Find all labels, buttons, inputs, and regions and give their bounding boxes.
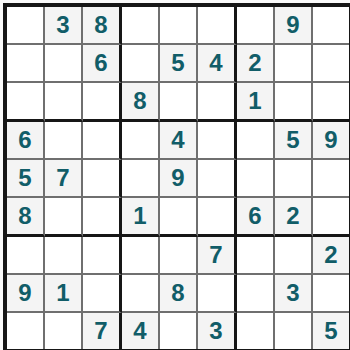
cell-r8c9[interactable] bbox=[313, 275, 349, 313]
cell-r2c9[interactable] bbox=[313, 45, 349, 83]
cell-r2c1[interactable] bbox=[7, 45, 45, 83]
cell-r7c3[interactable] bbox=[83, 237, 122, 275]
cell-r3c3[interactable] bbox=[83, 83, 122, 122]
cell-r5c7[interactable] bbox=[237, 160, 275, 198]
cell-r5c3[interactable] bbox=[83, 160, 122, 198]
cell-r8c1[interactable]: 9 bbox=[7, 275, 45, 313]
cell-r9c1[interactable] bbox=[7, 313, 45, 349]
cell-r2c2[interactable] bbox=[45, 45, 83, 83]
cell-r6c7[interactable]: 6 bbox=[237, 198, 275, 237]
cell-r7c7[interactable] bbox=[237, 237, 275, 275]
sudoku-page: 389654281645957981627291837435 bbox=[0, 0, 350, 350]
cell-r3c2[interactable] bbox=[45, 83, 83, 122]
cell-r3c1[interactable] bbox=[7, 83, 45, 122]
cell-r8c2[interactable]: 1 bbox=[45, 275, 83, 313]
cell-r4c4[interactable] bbox=[122, 122, 160, 160]
cell-r4c1[interactable]: 6 bbox=[7, 122, 45, 160]
cell-r2c3[interactable]: 6 bbox=[83, 45, 122, 83]
cell-r5c5[interactable]: 9 bbox=[160, 160, 198, 198]
cell-r8c8[interactable]: 3 bbox=[275, 275, 313, 313]
cell-r3c4[interactable]: 8 bbox=[122, 83, 160, 122]
cell-r8c5[interactable]: 8 bbox=[160, 275, 198, 313]
cell-r4c6[interactable] bbox=[198, 122, 237, 160]
cell-r3c5[interactable] bbox=[160, 83, 198, 122]
cell-r1c1[interactable] bbox=[7, 7, 45, 45]
cell-r1c6[interactable] bbox=[198, 7, 237, 45]
cell-r1c7[interactable] bbox=[237, 7, 275, 45]
cell-r7c4[interactable] bbox=[122, 237, 160, 275]
cell-r6c8[interactable]: 2 bbox=[275, 198, 313, 237]
cell-r1c5[interactable] bbox=[160, 7, 198, 45]
cell-r5c1[interactable]: 5 bbox=[7, 160, 45, 198]
cell-r7c1[interactable] bbox=[7, 237, 45, 275]
cell-r4c8[interactable]: 5 bbox=[275, 122, 313, 160]
cell-r6c1[interactable]: 8 bbox=[7, 198, 45, 237]
cell-r9c4[interactable]: 4 bbox=[122, 313, 160, 349]
cell-r6c5[interactable] bbox=[160, 198, 198, 237]
cell-r6c4[interactable]: 1 bbox=[122, 198, 160, 237]
cell-r8c4[interactable] bbox=[122, 275, 160, 313]
cell-r5c9[interactable] bbox=[313, 160, 349, 198]
cell-r3c8[interactable] bbox=[275, 83, 313, 122]
cell-r7c2[interactable] bbox=[45, 237, 83, 275]
cell-r1c9[interactable] bbox=[313, 7, 349, 45]
cell-r9c3[interactable]: 7 bbox=[83, 313, 122, 349]
cell-r4c2[interactable] bbox=[45, 122, 83, 160]
cell-r4c3[interactable] bbox=[83, 122, 122, 160]
cell-r4c5[interactable]: 4 bbox=[160, 122, 198, 160]
cell-r1c3[interactable]: 8 bbox=[83, 7, 122, 45]
cell-r2c7[interactable]: 2 bbox=[237, 45, 275, 83]
cell-r5c6[interactable] bbox=[198, 160, 237, 198]
cell-r2c6[interactable]: 4 bbox=[198, 45, 237, 83]
cell-r5c2[interactable]: 7 bbox=[45, 160, 83, 198]
cell-r1c8[interactable]: 9 bbox=[275, 7, 313, 45]
cell-r7c8[interactable] bbox=[275, 237, 313, 275]
cell-r8c6[interactable] bbox=[198, 275, 237, 313]
cell-r9c8[interactable] bbox=[275, 313, 313, 349]
cell-r9c5[interactable] bbox=[160, 313, 198, 349]
cell-r8c3[interactable] bbox=[83, 275, 122, 313]
cell-r2c4[interactable] bbox=[122, 45, 160, 83]
cell-r7c5[interactable] bbox=[160, 237, 198, 275]
cell-r1c4[interactable] bbox=[122, 7, 160, 45]
cell-r4c7[interactable] bbox=[237, 122, 275, 160]
cell-r9c7[interactable] bbox=[237, 313, 275, 349]
cell-r3c9[interactable] bbox=[313, 83, 349, 122]
cell-r9c6[interactable]: 3 bbox=[198, 313, 237, 349]
cell-r6c3[interactable] bbox=[83, 198, 122, 237]
cell-r6c6[interactable] bbox=[198, 198, 237, 237]
sudoku-board: 389654281645957981627291837435 bbox=[3, 3, 350, 350]
cell-r5c4[interactable] bbox=[122, 160, 160, 198]
cell-r8c7[interactable] bbox=[237, 275, 275, 313]
cell-r3c6[interactable] bbox=[198, 83, 237, 122]
cell-r6c9[interactable] bbox=[313, 198, 349, 237]
cell-r4c9[interactable]: 9 bbox=[313, 122, 349, 160]
cell-r2c5[interactable]: 5 bbox=[160, 45, 198, 83]
cell-r6c2[interactable] bbox=[45, 198, 83, 237]
cell-r5c8[interactable] bbox=[275, 160, 313, 198]
cell-r9c2[interactable] bbox=[45, 313, 83, 349]
cell-r7c9[interactable]: 2 bbox=[313, 237, 349, 275]
cell-r3c7[interactable]: 1 bbox=[237, 83, 275, 122]
cell-r2c8[interactable] bbox=[275, 45, 313, 83]
cell-r1c2[interactable]: 3 bbox=[45, 7, 83, 45]
cell-r9c9[interactable]: 5 bbox=[313, 313, 349, 349]
cell-r7c6[interactable]: 7 bbox=[198, 237, 237, 275]
